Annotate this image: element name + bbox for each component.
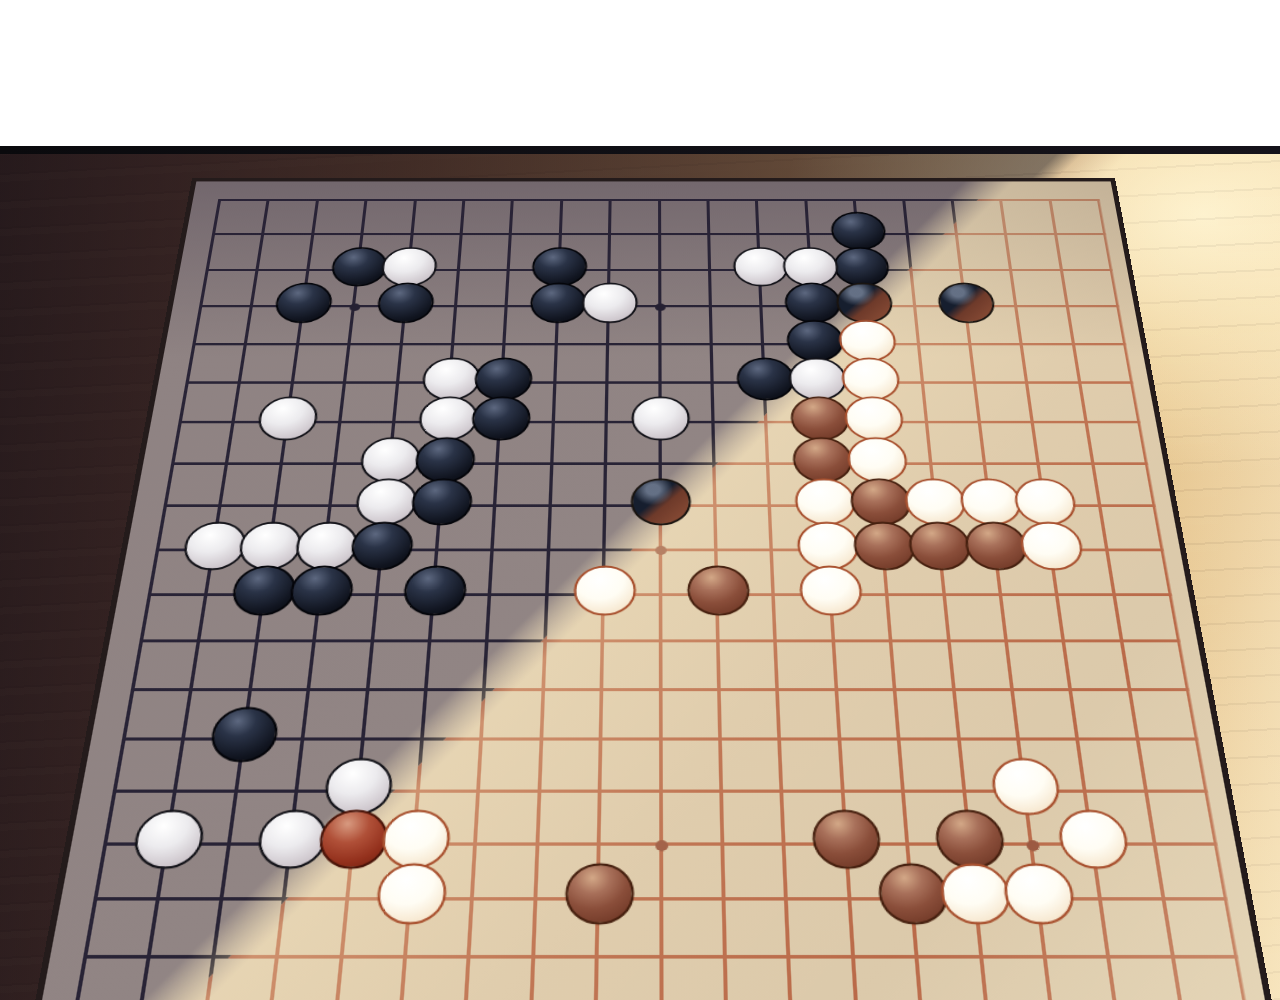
stone-black xyxy=(631,479,692,526)
stone-black xyxy=(736,358,795,401)
top-white-strip xyxy=(0,0,1280,146)
board-light-overlay xyxy=(35,181,1271,1000)
go-board xyxy=(27,178,1279,1000)
stone-white xyxy=(573,566,636,616)
stone-white xyxy=(581,283,637,323)
stone-white xyxy=(733,247,790,286)
scene xyxy=(0,0,1280,1000)
table-edge-line xyxy=(0,146,1280,154)
stone-black xyxy=(687,566,750,616)
board-surface xyxy=(27,178,1279,1000)
stone-black xyxy=(564,864,634,925)
stone-white xyxy=(631,397,690,441)
